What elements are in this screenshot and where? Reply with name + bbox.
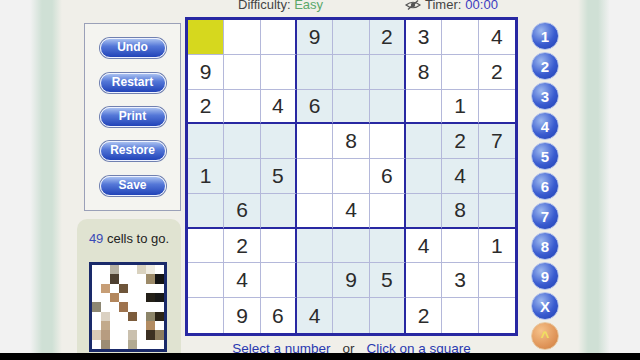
cell-r2c9[interactable]: 2	[479, 55, 515, 90]
cell-r8c6[interactable]: 5	[370, 263, 406, 298]
mosaic-cell	[119, 321, 128, 330]
cell-r3c4[interactable]: 6	[297, 90, 333, 125]
cell-r9c5[interactable]	[333, 298, 369, 333]
difficulty-value: Easy	[294, 0, 323, 12]
cell-r4c6[interactable]	[370, 124, 406, 159]
mosaic-cell	[155, 330, 164, 339]
cell-r2c1[interactable]: 9	[188, 55, 224, 90]
cell-r6c8[interactable]: 8	[442, 194, 478, 229]
cell-r8c1[interactable]	[188, 263, 224, 298]
cell-r5c5[interactable]	[333, 159, 369, 194]
cell-r9c3[interactable]: 6	[261, 298, 297, 333]
cell-r7c5[interactable]	[333, 229, 369, 264]
mosaic-cell	[101, 302, 110, 311]
cell-r6c2[interactable]: 6	[224, 194, 260, 229]
mosaic-cell	[119, 284, 128, 293]
cell-r5c3[interactable]: 5	[261, 159, 297, 194]
mosaic-cell	[101, 265, 110, 274]
cell-r4c7[interactable]	[406, 124, 442, 159]
mosaic-cell	[137, 312, 146, 321]
cell-r3c7[interactable]	[406, 90, 442, 125]
mosaic-cell	[128, 340, 137, 349]
mosaic-cell	[92, 274, 101, 283]
timer-group: Timer: 00:00	[405, 0, 498, 12]
restart-button[interactable]: Restart	[100, 73, 166, 93]
mosaic-cell	[137, 265, 146, 274]
numpad-clear[interactable]: X	[531, 292, 559, 320]
mosaic-cell	[128, 293, 137, 302]
cells-remaining-count: 49	[89, 231, 103, 246]
cell-r8c5[interactable]: 9	[333, 263, 369, 298]
numpad-caret[interactable]: ^	[531, 322, 559, 350]
cell-r7c1[interactable]	[188, 229, 224, 264]
numpad-2[interactable]: 2	[531, 52, 559, 80]
mosaic-cell	[119, 265, 128, 274]
control-panel: UndoRestartPrintRestoreSave	[84, 23, 181, 211]
cell-r5c6[interactable]: 6	[370, 159, 406, 194]
cell-r9c4[interactable]: 4	[297, 298, 333, 333]
mosaic-cell	[110, 293, 119, 302]
cell-r6c5[interactable]: 4	[333, 194, 369, 229]
cell-r3c9[interactable]	[479, 90, 515, 125]
cell-r9c2[interactable]: 9	[224, 298, 260, 333]
cell-r2c3[interactable]	[261, 55, 297, 90]
cell-r2c6[interactable]	[370, 55, 406, 90]
mosaic-cell	[128, 321, 137, 330]
save-button[interactable]: Save	[100, 176, 166, 196]
cell-r4c1[interactable]	[188, 124, 224, 159]
cell-r5c4[interactable]	[297, 159, 333, 194]
cell-r2c4[interactable]	[297, 55, 333, 90]
mosaic-cell	[155, 265, 164, 274]
numpad-4[interactable]: 4	[531, 112, 559, 140]
cell-r6c6[interactable]	[370, 194, 406, 229]
cell-r3c6[interactable]	[370, 90, 406, 125]
mosaic-cell	[128, 274, 137, 283]
mosaic-cell	[92, 302, 101, 311]
cell-r2c2[interactable]	[224, 55, 260, 90]
mosaic-cell	[110, 274, 119, 283]
mosaic-cell	[101, 340, 110, 349]
mosaic-cell	[92, 340, 101, 349]
mosaic-cell	[137, 321, 146, 330]
cell-r9c1[interactable]	[188, 298, 224, 333]
mosaic-cell	[137, 284, 146, 293]
mosaic-cell	[128, 265, 137, 274]
cell-r4c5[interactable]: 8	[333, 124, 369, 159]
cell-r2c7[interactable]: 8	[406, 55, 442, 90]
cell-r3c3[interactable]: 4	[261, 90, 297, 125]
sudoku-page: Difficulty: Easy Timer: 00:00 UndoRestar…	[0, 0, 640, 360]
cell-r6c7[interactable]	[406, 194, 442, 229]
cell-r9c7[interactable]: 2	[406, 298, 442, 333]
mosaic-cell	[155, 274, 164, 283]
timer-value: 00:00	[465, 0, 498, 12]
cell-r8c3[interactable]	[261, 263, 297, 298]
mosaic-cell	[146, 302, 155, 311]
cell-r1c9[interactable]: 4	[479, 20, 515, 55]
mosaic-cell	[128, 312, 137, 321]
numpad-6[interactable]: 6	[531, 172, 559, 200]
mosaic-cell	[146, 330, 155, 339]
cell-r1c1[interactable]	[188, 20, 224, 55]
mosaic-cell	[137, 340, 146, 349]
mosaic-cell	[101, 293, 110, 302]
mosaic-cell	[146, 312, 155, 321]
cell-r6c3[interactable]	[261, 194, 297, 229]
cell-r5c2[interactable]	[224, 159, 260, 194]
mosaic-cell	[92, 312, 101, 321]
cell-r4c4[interactable]	[297, 124, 333, 159]
cell-r7c7[interactable]: 4	[406, 229, 442, 264]
cell-r4c2[interactable]	[224, 124, 260, 159]
cell-r1c2[interactable]	[224, 20, 260, 55]
cell-r4c9[interactable]: 7	[479, 124, 515, 159]
cell-r2c5[interactable]	[333, 55, 369, 90]
cells-remaining-suffix: cells to go.	[103, 231, 169, 246]
cell-r7c8[interactable]	[442, 229, 478, 264]
mosaic-cell	[137, 302, 146, 311]
mosaic-cell	[119, 330, 128, 339]
mosaic-cell	[119, 340, 128, 349]
cell-r4c8[interactable]: 2	[442, 124, 478, 159]
timer-label: Timer:	[425, 0, 461, 12]
mosaic-cell	[128, 284, 137, 293]
mosaic-cell	[110, 330, 119, 339]
mosaic-cell	[137, 274, 146, 283]
mosaic-cell	[92, 330, 101, 339]
mosaic-cell	[146, 274, 155, 283]
mosaic-cell	[119, 274, 128, 283]
mosaic-cell	[101, 321, 110, 330]
numpad-9[interactable]: 9	[531, 262, 559, 290]
mosaic-cell	[92, 321, 101, 330]
cell-r7c9[interactable]: 1	[479, 229, 515, 264]
sudoku-board: 92349822461827156464824149539642	[185, 17, 518, 336]
numpad-5[interactable]: 5	[531, 142, 559, 170]
print-button[interactable]: Print	[100, 107, 166, 127]
mosaic-cell	[92, 265, 101, 274]
restore-button[interactable]: Restore	[100, 141, 166, 161]
undo-button[interactable]: Undo	[100, 38, 166, 58]
cell-r6c4[interactable]	[297, 194, 333, 229]
cell-r6c9[interactable]	[479, 194, 515, 229]
numpad-1[interactable]: 1	[531, 22, 559, 50]
mosaic-cell	[137, 330, 146, 339]
mosaic-cell	[119, 293, 128, 302]
cell-r9c8[interactable]	[442, 298, 478, 333]
cell-r5c7[interactable]	[406, 159, 442, 194]
mosaic-cell	[146, 321, 155, 330]
cell-r1c4[interactable]: 9	[297, 20, 333, 55]
status-panel: 49 cells to go.	[77, 219, 181, 353]
cell-r3c1[interactable]: 2	[188, 90, 224, 125]
mosaic-cell	[155, 293, 164, 302]
cell-r7c4[interactable]	[297, 229, 333, 264]
cell-r3c2[interactable]	[224, 90, 260, 125]
mosaic-cell	[155, 302, 164, 311]
cell-r7c6[interactable]	[370, 229, 406, 264]
mosaic-cell	[155, 340, 164, 349]
cell-r8c7[interactable]	[406, 263, 442, 298]
cell-r3c8[interactable]: 1	[442, 90, 478, 125]
eye-slash-icon[interactable]	[405, 0, 421, 11]
cell-r8c4[interactable]	[297, 263, 333, 298]
mosaic-cell	[92, 284, 101, 293]
cell-r1c3[interactable]	[261, 20, 297, 55]
mosaic-cell	[92, 293, 101, 302]
cell-r8c9[interactable]	[479, 263, 515, 298]
mosaic-cell	[110, 265, 119, 274]
mosaic-cell	[146, 284, 155, 293]
cell-r6c1[interactable]	[188, 194, 224, 229]
mosaic-cell	[155, 312, 164, 321]
cell-r5c1[interactable]: 1	[188, 159, 224, 194]
mosaic-cell	[128, 330, 137, 339]
cell-r1c8[interactable]	[442, 20, 478, 55]
mosaic-cell	[110, 284, 119, 293]
mosaic-cell	[155, 321, 164, 330]
cell-r1c7[interactable]: 3	[406, 20, 442, 55]
mosaic-cell	[101, 312, 110, 321]
difficulty-text: Difficulty:	[238, 0, 291, 12]
mosaic-cell	[110, 321, 119, 330]
cell-r1c6[interactable]: 2	[370, 20, 406, 55]
mosaic-cell	[110, 312, 119, 321]
puzzle-preview-image	[89, 262, 167, 352]
cells-remaining-text: 49 cells to go.	[77, 231, 181, 246]
mosaic-cell	[146, 340, 155, 349]
cell-r2c8[interactable]	[442, 55, 478, 90]
mosaic-cell	[101, 284, 110, 293]
cell-r1c5[interactable]	[333, 20, 369, 55]
cell-r5c9[interactable]	[479, 159, 515, 194]
mosaic-cell	[137, 293, 146, 302]
mosaic-cell	[101, 330, 110, 339]
difficulty-label: Difficulty: Easy	[238, 0, 323, 12]
cell-r8c2[interactable]: 4	[224, 263, 260, 298]
cell-r7c3[interactable]	[261, 229, 297, 264]
cell-r8c8[interactable]: 3	[442, 263, 478, 298]
numpad-3[interactable]: 3	[531, 82, 559, 110]
cell-r5c8[interactable]: 4	[442, 159, 478, 194]
mosaic-cell	[146, 293, 155, 302]
mosaic-cell	[101, 274, 110, 283]
numpad-7[interactable]: 7	[531, 202, 559, 230]
mosaic-cell	[128, 302, 137, 311]
numpad-8[interactable]: 8	[531, 232, 559, 260]
cell-r4c3[interactable]	[261, 124, 297, 159]
cell-r9c9[interactable]	[479, 298, 515, 333]
mosaic-cell	[155, 284, 164, 293]
mosaic-cell	[110, 302, 119, 311]
mosaic-cell	[119, 302, 128, 311]
cell-r9c6[interactable]	[370, 298, 406, 333]
bottom-bar	[0, 353, 640, 360]
mosaic-cell	[110, 340, 119, 349]
cell-r3c5[interactable]	[333, 90, 369, 125]
cell-r7c2[interactable]: 2	[224, 229, 260, 264]
mosaic-cell	[146, 265, 155, 274]
mosaic-cell	[119, 312, 128, 321]
